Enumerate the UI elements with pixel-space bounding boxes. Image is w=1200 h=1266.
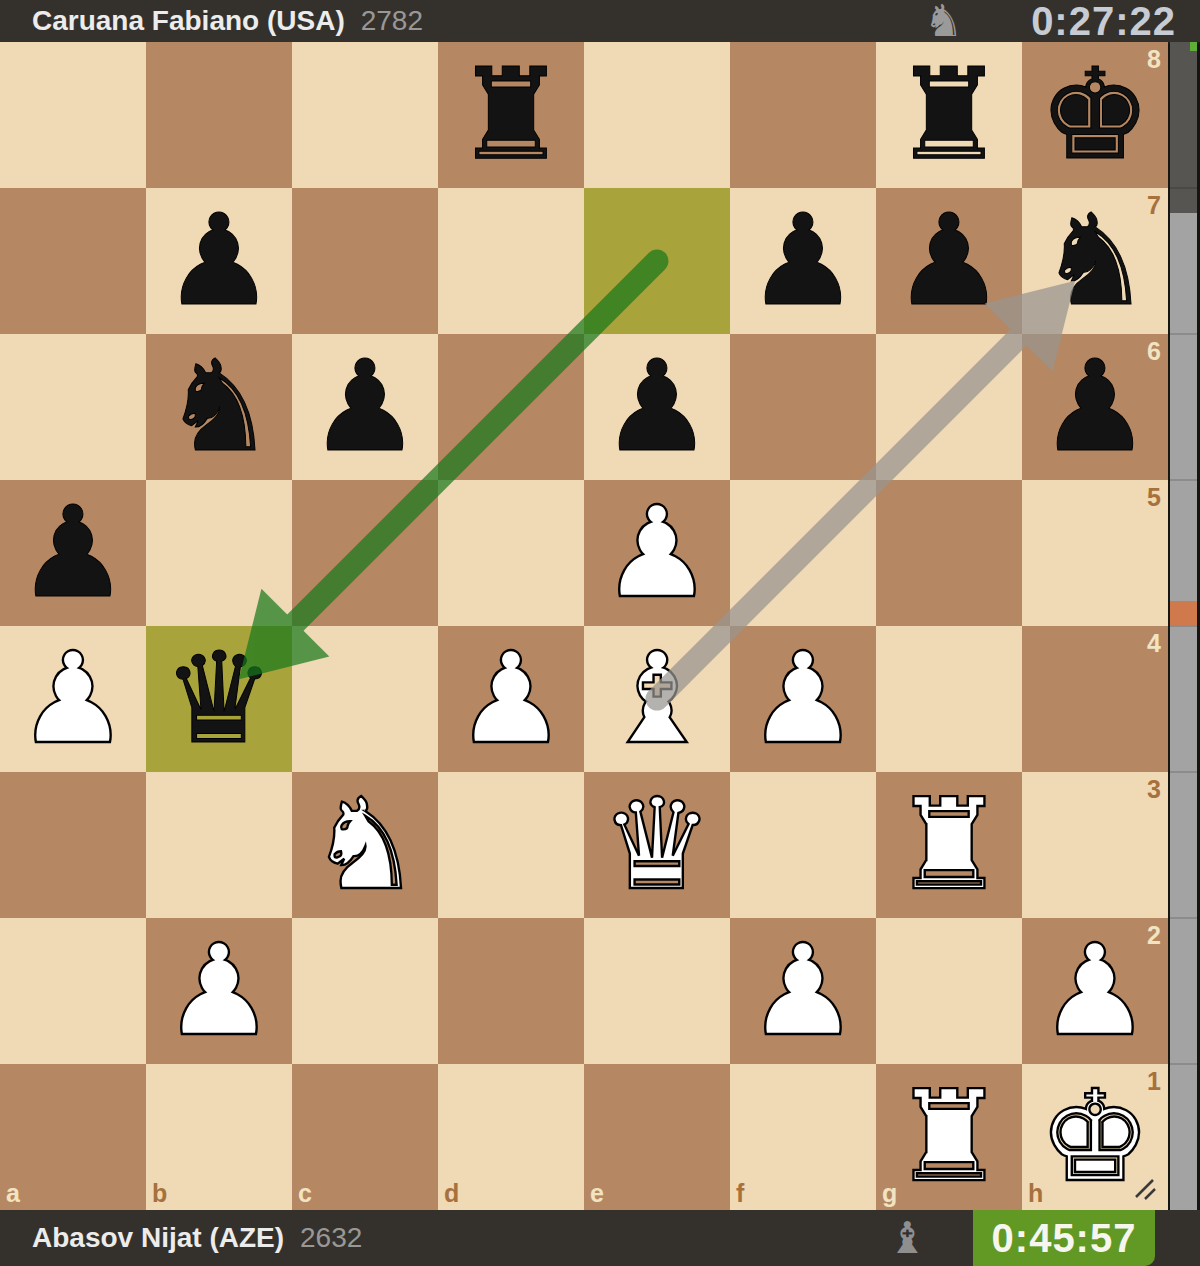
square-g5[interactable] <box>876 480 1022 626</box>
square-g8[interactable]: ♜ <box>876 42 1022 188</box>
square-f1[interactable]: f <box>730 1064 876 1210</box>
white-pawn[interactable]: ♟ <box>438 626 584 772</box>
eval-gauge <box>1170 42 1197 1210</box>
white-pawn[interactable]: ♟ <box>584 480 730 626</box>
black-knight[interactable]: ♞ <box>1022 188 1168 334</box>
player-rating-bottom: 2632 <box>300 1222 362 1254</box>
black-rook[interactable]: ♜ <box>438 42 584 188</box>
knight-icon: ♞ <box>924 0 963 43</box>
player-name-bottom: Abasov Nijat (AZE) <box>32 1222 284 1254</box>
white-pawn[interactable]: ♟ <box>146 918 292 1064</box>
rank-label-4: 4 <box>1147 631 1161 656</box>
square-b1[interactable]: b <box>146 1064 292 1210</box>
black-rook[interactable]: ♜ <box>876 42 1022 188</box>
white-pawn[interactable]: ♟ <box>730 626 876 772</box>
square-h3[interactable]: 3 <box>1022 772 1168 918</box>
bishop-icon: ♝ <box>888 1216 927 1260</box>
white-bishop[interactable]: ♝ <box>584 626 730 772</box>
player-name-top: Caruana Fabiano (USA) <box>32 5 345 37</box>
square-f2[interactable]: ♟ <box>730 918 876 1064</box>
square-a2[interactable] <box>0 918 146 1064</box>
eval-gauge-tick <box>1170 771 1197 773</box>
player-bar-top: Caruana Fabiano (USA) 2782 ♞ 0:27:22 <box>0 0 1200 44</box>
square-g4[interactable] <box>876 626 1022 772</box>
square-a4[interactable]: ♟ <box>0 626 146 772</box>
square-a7[interactable] <box>0 188 146 334</box>
clock-bottom: 0:45:57 <box>973 1210 1155 1266</box>
eval-gauge-tick <box>1170 625 1197 627</box>
square-b2[interactable]: ♟ <box>146 918 292 1064</box>
white-rook[interactable]: ♜ <box>876 772 1022 918</box>
square-c5[interactable] <box>292 480 438 626</box>
eval-gauge-center-tick <box>1170 601 1197 625</box>
eval-gauge-tick <box>1170 333 1197 335</box>
square-c4[interactable] <box>292 626 438 772</box>
square-b3[interactable] <box>146 772 292 918</box>
square-c6[interactable]: ♟ <box>292 334 438 480</box>
square-c7[interactable] <box>292 188 438 334</box>
square-f5[interactable] <box>730 480 876 626</box>
eval-gauge-tick <box>1170 187 1197 189</box>
black-pawn[interactable]: ♟ <box>1022 334 1168 480</box>
square-h8[interactable]: 8♚ <box>1022 42 1168 188</box>
square-d6[interactable] <box>438 334 584 480</box>
white-knight[interactable]: ♞ <box>292 772 438 918</box>
white-pawn[interactable]: ♟ <box>730 918 876 1064</box>
square-b7[interactable]: ♟ <box>146 188 292 334</box>
square-h7[interactable]: 7♞ <box>1022 188 1168 334</box>
square-b6[interactable]: ♞ <box>146 334 292 480</box>
square-c8[interactable] <box>292 42 438 188</box>
square-g7[interactable]: ♟ <box>876 188 1022 334</box>
square-c2[interactable] <box>292 918 438 1064</box>
file-label-b: b <box>152 1181 167 1206</box>
white-queen[interactable]: ♛ <box>584 772 730 918</box>
square-e1[interactable]: e <box>584 1064 730 1210</box>
square-e5[interactable]: ♟ <box>584 480 730 626</box>
black-pawn[interactable]: ♟ <box>584 334 730 480</box>
square-g6[interactable] <box>876 334 1022 480</box>
black-king[interactable]: ♚ <box>1022 42 1168 188</box>
file-label-f: f <box>736 1181 744 1206</box>
square-a8[interactable] <box>0 42 146 188</box>
file-label-a: a <box>6 1181 20 1206</box>
square-d5[interactable] <box>438 480 584 626</box>
file-label-d: d <box>444 1181 459 1206</box>
player-rating-top: 2782 <box>361 5 423 37</box>
square-h4[interactable]: 4 <box>1022 626 1168 772</box>
square-g3[interactable]: ♜ <box>876 772 1022 918</box>
square-a6[interactable] <box>0 334 146 480</box>
rank-label-3: 3 <box>1147 777 1161 802</box>
square-g2[interactable] <box>876 918 1022 1064</box>
black-pawn[interactable]: ♟ <box>0 480 146 626</box>
clock-top: 0:27:22 <box>1031 0 1176 44</box>
square-e3[interactable]: ♛ <box>584 772 730 918</box>
square-f7[interactable]: ♟ <box>730 188 876 334</box>
resize-handle-icon[interactable] <box>1130 1174 1156 1204</box>
square-b4[interactable]: ♛ <box>146 626 292 772</box>
square-e2[interactable] <box>584 918 730 1064</box>
white-pawn[interactable]: ♟ <box>0 626 146 772</box>
rank-label-5: 5 <box>1147 485 1161 510</box>
square-c3[interactable]: ♞ <box>292 772 438 918</box>
black-pawn[interactable]: ♟ <box>730 188 876 334</box>
square-f3[interactable] <box>730 772 876 918</box>
white-pawn[interactable]: ♟ <box>1022 918 1168 1064</box>
square-a1[interactable]: a <box>0 1064 146 1210</box>
white-rook[interactable]: ♜ <box>876 1064 1022 1210</box>
player-bar-bottom: Abasov Nijat (AZE) 2632 ♝ 0:45:57 <box>0 1210 1200 1266</box>
square-e4[interactable]: ♝ <box>584 626 730 772</box>
eval-gauge-tick <box>1170 479 1197 481</box>
square-f8[interactable] <box>730 42 876 188</box>
eval-gauge-top-marker <box>1190 42 1197 51</box>
square-h6[interactable]: 6♟ <box>1022 334 1168 480</box>
square-e7[interactable] <box>584 188 730 334</box>
square-d3[interactable] <box>438 772 584 918</box>
eval-gauge-tick <box>1170 1063 1197 1065</box>
file-label-c: c <box>298 1181 312 1206</box>
square-b5[interactable] <box>146 480 292 626</box>
square-d2[interactable] <box>438 918 584 1064</box>
square-d4[interactable]: ♟ <box>438 626 584 772</box>
file-label-e: e <box>590 1181 604 1206</box>
chess-board: ♜♜8♚♟♟♟7♞♞♟♟6♟♟♟5♟♛♟♝♟4♞♛♜3♟♟2♟abcdefg♜h… <box>0 42 1168 1210</box>
square-h2[interactable]: 2♟ <box>1022 918 1168 1064</box>
square-d7[interactable] <box>438 188 584 334</box>
square-d8[interactable]: ♜ <box>438 42 584 188</box>
square-f6[interactable] <box>730 334 876 480</box>
black-pawn[interactable]: ♟ <box>292 334 438 480</box>
square-d1[interactable]: d <box>438 1064 584 1210</box>
square-f4[interactable]: ♟ <box>730 626 876 772</box>
square-a3[interactable] <box>0 772 146 918</box>
square-a5[interactable]: ♟ <box>0 480 146 626</box>
eval-gauge-tick <box>1170 917 1197 919</box>
square-b8[interactable] <box>146 42 292 188</box>
square-h5[interactable]: 5 <box>1022 480 1168 626</box>
square-g1[interactable]: g♜ <box>876 1064 1022 1210</box>
game-screen: Caruana Fabiano (USA) 2782 ♞ 0:27:22 ♜♜8… <box>0 0 1200 1266</box>
black-knight[interactable]: ♞ <box>146 334 292 480</box>
square-c1[interactable]: c <box>292 1064 438 1210</box>
black-pawn[interactable]: ♟ <box>876 188 1022 334</box>
square-e6[interactable]: ♟ <box>584 334 730 480</box>
square-e8[interactable] <box>584 42 730 188</box>
black-queen[interactable]: ♛ <box>146 626 292 772</box>
black-pawn[interactable]: ♟ <box>146 188 292 334</box>
